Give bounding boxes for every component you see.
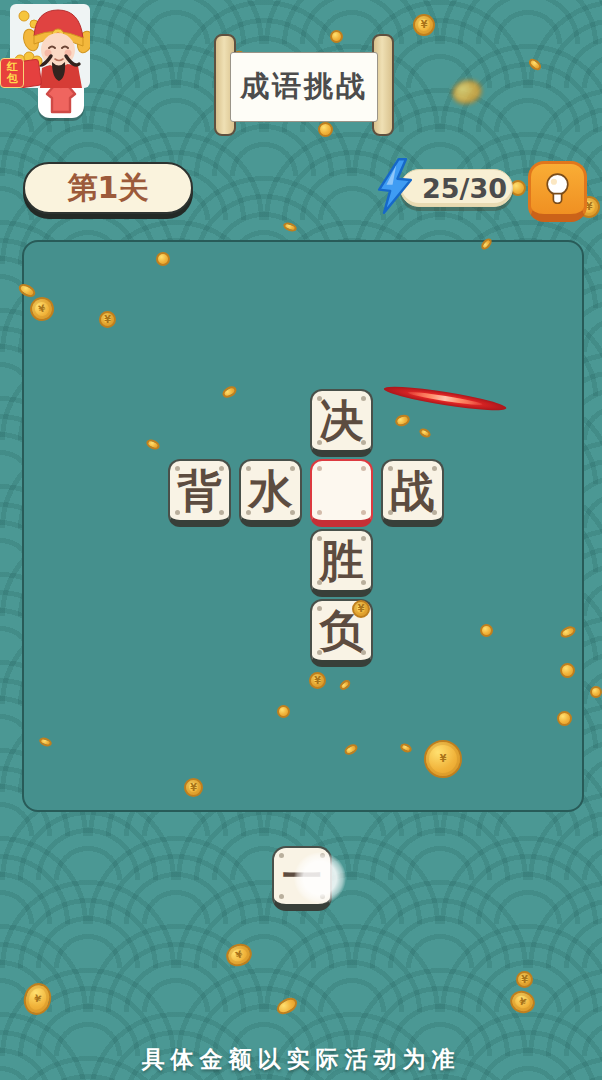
gold-coin <box>274 994 300 1017</box>
lightbulb-icon <box>544 172 571 207</box>
gold-coin: ¥ <box>20 980 54 1018</box>
gold-coin: ¥ <box>413 14 435 36</box>
gold-coin: ¥ <box>223 940 255 970</box>
gold-coin <box>156 252 170 266</box>
level-label: 第1关 <box>68 168 149 209</box>
lightning-bolt-icon <box>374 158 416 214</box>
banner-title: 成语挑战 <box>240 67 368 107</box>
game-screen: 决背水战胜负 一 ¥¥¥¥¥¥¥¥¥¥¥¥¥ <box>0 0 602 1080</box>
gold-coin <box>557 711 572 726</box>
gold-coin <box>480 624 493 637</box>
grid-tile-背: 背 <box>168 459 231 527</box>
grid-tile-水: 水 <box>239 459 302 527</box>
tap-indicator <box>294 852 346 904</box>
gold-coin: ¥ <box>516 971 533 988</box>
grid-tile-决: 决 <box>310 389 373 457</box>
gold-coin: ¥ <box>309 672 326 689</box>
gold-coin: ¥ <box>352 600 370 618</box>
grid-tile-胜: 胜 <box>310 529 373 597</box>
gold-coin <box>449 77 484 108</box>
gold-coin <box>282 221 298 233</box>
gold-coin: ¥ <box>99 311 116 328</box>
gold-coin: ¥ <box>184 778 203 797</box>
gold-coin <box>277 705 290 718</box>
scroll-paper: 成语挑战 <box>230 52 378 122</box>
red-packet-badge: 红包 <box>0 58 24 88</box>
empty-cell[interactable] <box>310 459 373 527</box>
title-banner: 成语挑战 <box>214 34 394 136</box>
energy-counter: 25/30 <box>400 169 513 207</box>
gold-coin: ¥ <box>424 740 462 778</box>
footer-disclaimer: 具体金额以实际活动为准 <box>0 1044 602 1075</box>
energy-count: 25/30 <box>422 173 507 204</box>
hint-button[interactable] <box>528 161 587 222</box>
gold-coin <box>560 663 575 678</box>
level-indicator: 第1关 <box>23 162 193 214</box>
gold-coin <box>527 57 544 73</box>
grid-tile-战: 战 <box>381 459 444 527</box>
gold-coin <box>590 686 602 698</box>
gold-coin: ¥ <box>507 987 538 1016</box>
